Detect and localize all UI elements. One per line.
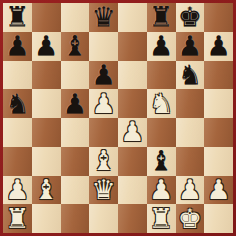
chess-board-frame: ♜♛♜♚♟♟♝♟♟♟♟♞♞♟♟♞♟♝♝♟♝♛♟♟♟♜♜♚ xyxy=(0,0,236,236)
square-h2[interactable]: ♟ xyxy=(204,176,233,205)
black-pawn-a7[interactable]: ♟ xyxy=(5,32,29,60)
square-a7[interactable]: ♟ xyxy=(3,32,32,61)
square-f2[interactable]: ♟ xyxy=(147,176,176,205)
square-f8[interactable]: ♜ xyxy=(147,3,176,32)
white-bishop-b2[interactable]: ♝ xyxy=(34,176,58,204)
square-b6[interactable] xyxy=(32,61,61,90)
square-e8[interactable] xyxy=(118,3,147,32)
square-f1[interactable]: ♜ xyxy=(147,204,176,233)
square-h1[interactable] xyxy=(204,204,233,233)
square-h7[interactable]: ♟ xyxy=(204,32,233,61)
square-a5[interactable]: ♞ xyxy=(3,89,32,118)
square-b7[interactable]: ♟ xyxy=(32,32,61,61)
white-king-g1[interactable]: ♚ xyxy=(178,205,202,233)
white-rook-f1[interactable]: ♜ xyxy=(149,205,173,233)
black-rook-f8[interactable]: ♜ xyxy=(149,3,173,31)
square-d6[interactable]: ♟ xyxy=(89,61,118,90)
square-c4[interactable] xyxy=(61,118,90,147)
square-c5[interactable]: ♟ xyxy=(61,89,90,118)
black-pawn-d6[interactable]: ♟ xyxy=(92,61,116,89)
black-bishop-f3[interactable]: ♝ xyxy=(149,147,173,175)
black-rook-a8[interactable]: ♜ xyxy=(5,3,29,31)
black-queen-d8[interactable]: ♛ xyxy=(92,3,116,31)
square-c7[interactable]: ♝ xyxy=(61,32,90,61)
square-e6[interactable] xyxy=(118,61,147,90)
square-g7[interactable]: ♟ xyxy=(176,32,205,61)
square-h6[interactable] xyxy=(204,61,233,90)
square-e5[interactable] xyxy=(118,89,147,118)
black-knight-a5[interactable]: ♞ xyxy=(5,90,29,118)
black-king-g8[interactable]: ♚ xyxy=(178,3,202,31)
square-f4[interactable] xyxy=(147,118,176,147)
white-pawn-e4[interactable]: ♟ xyxy=(120,118,144,146)
square-b3[interactable] xyxy=(32,147,61,176)
square-g8[interactable]: ♚ xyxy=(176,3,205,32)
white-pawn-d5[interactable]: ♟ xyxy=(92,90,116,118)
square-a6[interactable] xyxy=(3,61,32,90)
square-e2[interactable] xyxy=(118,176,147,205)
white-pawn-g2[interactable]: ♟ xyxy=(178,176,202,204)
black-pawn-g7[interactable]: ♟ xyxy=(178,32,202,60)
square-f6[interactable] xyxy=(147,61,176,90)
square-d2[interactable]: ♛ xyxy=(89,176,118,205)
square-b8[interactable] xyxy=(32,3,61,32)
square-b2[interactable]: ♝ xyxy=(32,176,61,205)
square-g1[interactable]: ♚ xyxy=(176,204,205,233)
black-pawn-h7[interactable]: ♟ xyxy=(207,32,231,60)
white-pawn-f2[interactable]: ♟ xyxy=(149,176,173,204)
square-b1[interactable] xyxy=(32,204,61,233)
black-knight-g6[interactable]: ♞ xyxy=(178,61,202,89)
white-pawn-h2[interactable]: ♟ xyxy=(207,176,231,204)
square-e4[interactable]: ♟ xyxy=(118,118,147,147)
square-d1[interactable] xyxy=(89,204,118,233)
square-f7[interactable]: ♟ xyxy=(147,32,176,61)
square-a4[interactable] xyxy=(3,118,32,147)
square-b5[interactable] xyxy=(32,89,61,118)
black-bishop-c7[interactable]: ♝ xyxy=(63,32,87,60)
black-pawn-f7[interactable]: ♟ xyxy=(149,32,173,60)
square-g3[interactable] xyxy=(176,147,205,176)
square-g2[interactable]: ♟ xyxy=(176,176,205,205)
black-pawn-c5[interactable]: ♟ xyxy=(63,90,87,118)
square-h3[interactable] xyxy=(204,147,233,176)
square-g5[interactable] xyxy=(176,89,205,118)
square-h5[interactable] xyxy=(204,89,233,118)
square-a1[interactable]: ♜ xyxy=(3,204,32,233)
square-d7[interactable] xyxy=(89,32,118,61)
white-pawn-a2[interactable]: ♟ xyxy=(5,176,29,204)
square-d8[interactable]: ♛ xyxy=(89,3,118,32)
square-a2[interactable]: ♟ xyxy=(3,176,32,205)
square-c6[interactable] xyxy=(61,61,90,90)
square-b4[interactable] xyxy=(32,118,61,147)
black-pawn-b7[interactable]: ♟ xyxy=(34,32,58,60)
square-e3[interactable] xyxy=(118,147,147,176)
white-knight-f5[interactable]: ♞ xyxy=(149,90,173,118)
square-h8[interactable] xyxy=(204,3,233,32)
white-queen-d2[interactable]: ♛ xyxy=(92,176,116,204)
square-c2[interactable] xyxy=(61,176,90,205)
square-d3[interactable]: ♝ xyxy=(89,147,118,176)
square-d4[interactable] xyxy=(89,118,118,147)
chess-board: ♜♛♜♚♟♟♝♟♟♟♟♞♞♟♟♞♟♝♝♟♝♛♟♟♟♜♜♚ xyxy=(3,3,233,233)
square-c1[interactable] xyxy=(61,204,90,233)
square-g6[interactable]: ♞ xyxy=(176,61,205,90)
square-e7[interactable] xyxy=(118,32,147,61)
square-c3[interactable] xyxy=(61,147,90,176)
square-a8[interactable]: ♜ xyxy=(3,3,32,32)
white-bishop-d3[interactable]: ♝ xyxy=(92,147,116,175)
square-d5[interactable]: ♟ xyxy=(89,89,118,118)
square-a3[interactable] xyxy=(3,147,32,176)
square-g4[interactable] xyxy=(176,118,205,147)
white-rook-a1[interactable]: ♜ xyxy=(5,205,29,233)
square-c8[interactable] xyxy=(61,3,90,32)
square-h4[interactable] xyxy=(204,118,233,147)
square-e1[interactable] xyxy=(118,204,147,233)
square-f5[interactable]: ♞ xyxy=(147,89,176,118)
square-f3[interactable]: ♝ xyxy=(147,147,176,176)
